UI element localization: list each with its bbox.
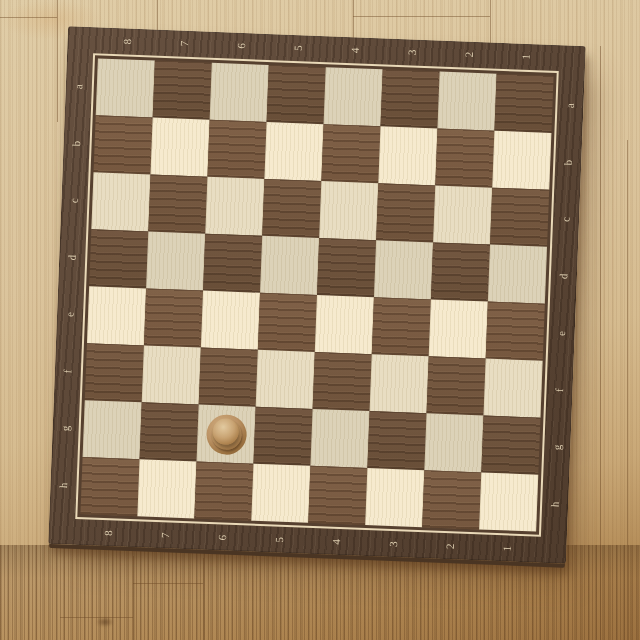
square-g5 [253,407,312,466]
coordinate-label-right-h: h [550,501,561,507]
square-a3 [381,69,440,128]
square-e6 [201,291,260,350]
square-b5 [264,122,323,181]
square-f6 [199,348,258,407]
square-a2 [437,72,496,131]
coordinate-label-top-1: 1 [520,54,531,60]
square-d2 [431,242,490,301]
square-d5 [260,236,319,295]
coordinate-label-top-4: 4 [349,47,360,53]
square-d6 [203,234,262,293]
coordinate-label-bottom-4: 4 [330,539,341,545]
square-a7 [153,61,212,120]
floor-plank-seam [627,140,628,640]
square-c8 [91,172,150,231]
square-g6 [197,405,256,464]
square-a8 [96,58,155,117]
square-c2 [433,185,492,244]
floor: 8765432187654321abcdefghabcdefgh [0,0,640,640]
square-h6 [194,461,253,520]
floor-knot [96,617,114,627]
square-g1 [481,415,540,474]
coordinate-label-top-2: 2 [463,52,474,58]
square-f1 [483,359,542,418]
square-a5 [267,65,326,124]
square-g3 [367,411,426,470]
coordinate-label-top-8: 8 [121,39,132,45]
square-e2 [429,299,488,358]
square-b4 [321,124,380,183]
square-h3 [365,468,424,527]
square-b6 [207,120,266,179]
square-e5 [258,293,317,352]
floor-plank-seam [600,46,601,640]
square-g8 [83,400,142,459]
square-c7 [148,175,207,234]
square-h4 [308,466,367,525]
coordinate-label-bottom-3: 3 [387,541,398,547]
coordinate-label-left-f: f [62,369,73,373]
square-e3 [372,297,431,356]
square-b2 [435,129,494,188]
coordinate-label-bottom-5: 5 [273,537,284,543]
coordinate-label-top-7: 7 [178,41,189,47]
board-grid [80,58,553,531]
square-b3 [378,126,437,185]
square-g7 [140,402,199,461]
coordinate-label-right-b: b [563,159,574,165]
square-b7 [151,118,210,177]
square-d1 [488,245,547,304]
coordinate-label-bottom-7: 7 [160,532,171,538]
square-c3 [376,183,435,242]
square-e7 [144,288,203,347]
coordinate-label-left-h: h [58,482,69,488]
square-d8 [89,229,148,288]
coordinate-label-top-6: 6 [235,43,246,49]
coordinate-label-right-f: f [554,388,565,392]
floor-plank-seam [133,556,134,640]
coordinate-label-bottom-1: 1 [501,546,512,552]
coordinate-label-bottom-8: 8 [103,530,114,536]
square-e8 [87,286,146,345]
square-f3 [370,354,429,413]
coordinate-label-bottom-2: 2 [444,543,455,549]
coordinate-label-left-b: b [71,140,82,146]
square-b1 [492,131,551,190]
floor-plank-joint [60,617,133,618]
square-h7 [137,459,196,518]
coordinate-label-left-c: c [69,197,80,202]
floor-plank-seam [203,558,204,640]
floor-plank-joint [133,583,203,584]
square-b8 [94,115,153,174]
square-f7 [142,345,201,404]
floor-plank-seam [57,0,58,122]
square-f4 [313,352,372,411]
coordinate-label-top-3: 3 [406,50,417,56]
coordinate-label-left-a: a [73,84,84,89]
coordinate-label-right-c: c [561,216,572,221]
square-c6 [205,177,264,236]
floor-plank-joint [0,17,57,18]
coordinate-label-right-g: g [552,444,563,450]
square-a6 [210,63,269,122]
square-f2 [427,356,486,415]
square-g4 [310,409,369,468]
square-f5 [256,350,315,409]
square-d7 [146,231,205,290]
coordinate-label-bottom-6: 6 [217,535,228,541]
square-d3 [374,240,433,299]
coordinate-label-top-5: 5 [292,45,303,51]
coordinate-label-right-e: e [556,330,567,335]
square-c5 [262,179,321,238]
floor-plank-joint [353,16,490,17]
square-e4 [315,295,374,354]
chessboard: 8765432187654321abcdefghabcdefgh [48,26,586,564]
square-e1 [486,302,545,361]
coordinate-label-left-g: g [60,425,71,431]
square-c1 [490,188,549,247]
square-a4 [324,67,383,126]
square-d4 [317,238,376,297]
square-g2 [424,413,483,472]
square-h1 [479,472,538,531]
square-f8 [85,343,144,402]
square-c4 [319,181,378,240]
square-h8 [80,457,139,516]
coordinate-label-right-d: d [558,273,569,279]
square-h5 [251,464,310,523]
square-h2 [422,470,481,529]
white-pawn [202,410,250,458]
coordinate-label-right-a: a [565,102,576,107]
coordinate-label-left-e: e [64,311,75,316]
square-a1 [494,74,553,133]
coordinate-label-left-d: d [67,254,78,260]
